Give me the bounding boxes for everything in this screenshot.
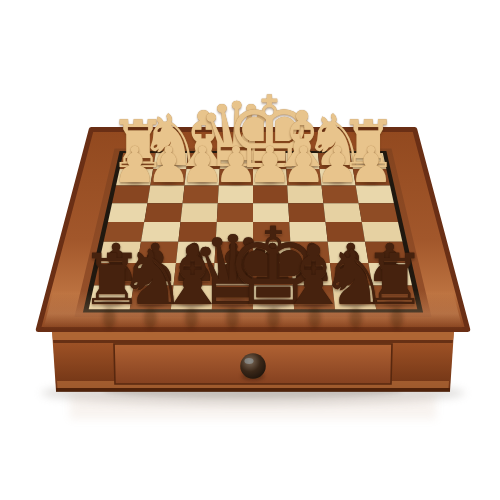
product-photo-scene: ♜♞♝♛♚♝♞♜♟♟♟♟♟♟♟♟♟♟♟♟♟♟♟♟♜♞♝♛♚♝♞♜ <box>0 0 500 500</box>
drawer-knob[interactable] <box>240 353 266 379</box>
square-g4[interactable] <box>144 203 182 222</box>
square-h4[interactable] <box>108 203 147 222</box>
box-front-and-drawer <box>52 331 454 392</box>
piece-white-pawn-a2[interactable]: ♟ <box>349 141 394 191</box>
box-molding-lip <box>52 331 454 340</box>
square-a4[interactable] <box>359 203 398 222</box>
piece-black-rook-a8[interactable]: ♜ <box>363 245 426 315</box>
square-b4[interactable] <box>323 203 361 222</box>
